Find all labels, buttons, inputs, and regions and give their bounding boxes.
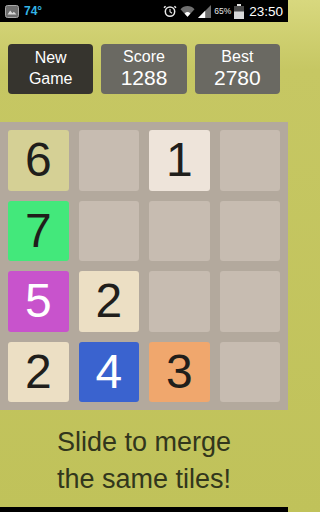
cell-signal-icon: [198, 5, 211, 18]
new-game-button[interactable]: New Game: [8, 44, 93, 94]
tile-3: 3: [149, 342, 210, 403]
status-left-cluster: 74°: [5, 4, 42, 18]
tile-7: 7: [8, 201, 69, 262]
tile-2: 2: [79, 271, 140, 332]
tile-6: 6: [8, 130, 69, 191]
battery-icon: [234, 4, 244, 19]
tile-2: 2: [8, 342, 69, 403]
empty-cell: [220, 342, 281, 403]
score-label: Score: [123, 48, 165, 66]
temperature-text: 74°: [24, 4, 42, 18]
empty-cell: [79, 130, 140, 191]
status-right-cluster: 65% 23:50: [163, 4, 283, 19]
hint-line2: the same tiles!: [0, 461, 288, 498]
empty-cell: [220, 201, 281, 262]
best-box: Best 2780: [195, 44, 280, 94]
score-value: 1288: [121, 66, 168, 90]
bottom-bezel-strip: [0, 507, 288, 512]
battery-percent-text: 65%: [214, 6, 231, 16]
empty-cell: [220, 130, 281, 191]
new-game-label-line2: Game: [29, 69, 73, 90]
alarm-icon: [163, 4, 177, 18]
score-box: Score 1288: [101, 44, 186, 94]
clock-text: 23:50: [249, 4, 283, 19]
best-value: 2780: [214, 66, 261, 90]
status-bar[interactable]: 74° 65%: [0, 0, 288, 22]
hint-text: Slide to merge the same tiles!: [0, 424, 288, 498]
screenshot-icon: [5, 5, 19, 18]
best-label: Best: [221, 48, 253, 66]
hint-line1: Slide to merge: [0, 424, 288, 461]
empty-cell: [149, 201, 210, 262]
tile-5: 5: [8, 271, 69, 332]
board[interactable]: 61752243: [0, 122, 288, 410]
empty-cell: [149, 271, 210, 332]
empty-cell: [79, 201, 140, 262]
new-game-label-line1: New: [35, 48, 67, 69]
scoreboard: New Game Score 1288 Best 2780: [8, 44, 280, 94]
tile-1: 1: [149, 130, 210, 191]
wifi-icon: [180, 5, 195, 17]
tile-4: 4: [79, 342, 140, 403]
empty-cell: [220, 271, 281, 332]
